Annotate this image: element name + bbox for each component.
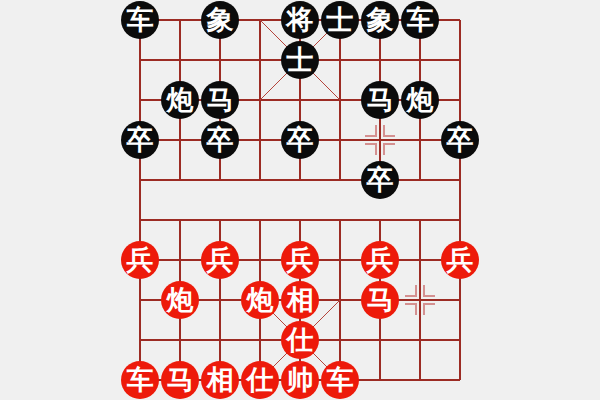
red-advisor[interactable]: 仕	[241, 361, 279, 399]
red-general[interactable]: 帅	[281, 361, 319, 399]
marker-corner	[383, 143, 395, 155]
red-horse[interactable]: 马	[361, 281, 399, 319]
black-chariot[interactable]: 车	[121, 1, 159, 39]
marker-corner	[423, 303, 435, 315]
red-cannon[interactable]: 炮	[161, 281, 199, 319]
red-soldier[interactable]: 兵	[121, 241, 159, 279]
black-soldier[interactable]: 卒	[281, 121, 319, 159]
black-horse[interactable]: 马	[361, 81, 399, 119]
marker-corner	[365, 143, 377, 155]
black-soldier[interactable]: 卒	[121, 121, 159, 159]
black-soldier[interactable]: 卒	[441, 121, 479, 159]
black-soldier[interactable]: 卒	[201, 121, 239, 159]
red-soldier[interactable]: 兵	[281, 241, 319, 279]
marker-corner	[365, 125, 377, 137]
black-general[interactable]: 将	[281, 1, 319, 39]
red-elephant[interactable]: 相	[201, 361, 239, 399]
black-elephant[interactable]: 象	[361, 1, 399, 39]
marker-corner	[423, 285, 435, 297]
screenshot-root: { "game": "xiangqi", "board": { "files":…	[0, 0, 600, 400]
marker-corner	[383, 125, 395, 137]
black-elephant[interactable]: 象	[201, 1, 239, 39]
marker-corner	[405, 285, 417, 297]
red-chariot[interactable]: 车	[121, 361, 159, 399]
black-soldier[interactable]: 卒	[361, 161, 399, 199]
black-cannon[interactable]: 炮	[161, 81, 199, 119]
red-cannon[interactable]: 炮	[241, 281, 279, 319]
red-elephant[interactable]: 相	[281, 281, 319, 319]
red-horse[interactable]: 马	[161, 361, 199, 399]
black-chariot[interactable]: 车	[401, 1, 439, 39]
red-soldier[interactable]: 兵	[361, 241, 399, 279]
last-move-marker	[405, 285, 435, 315]
red-soldier[interactable]: 兵	[201, 241, 239, 279]
red-soldier[interactable]: 兵	[441, 241, 479, 279]
marker-corner	[405, 303, 417, 315]
red-advisor[interactable]: 仕	[281, 321, 319, 359]
black-advisor[interactable]: 士	[281, 41, 319, 79]
black-cannon[interactable]: 炮	[401, 81, 439, 119]
xiangqi-board: 车象将士象车士炮马马炮卒卒卒卒卒兵兵兵兵兵炮炮相马仕车马相仕帅车	[140, 20, 460, 380]
red-chariot[interactable]: 车	[321, 361, 359, 399]
last-move-marker	[365, 125, 395, 155]
black-horse[interactable]: 马	[201, 81, 239, 119]
xiangqi-app: 车象将士象车士炮马马炮卒卒卒卒卒兵兵兵兵兵炮炮相马仕车马相仕帅车	[0, 0, 600, 400]
black-advisor[interactable]: 士	[321, 1, 359, 39]
